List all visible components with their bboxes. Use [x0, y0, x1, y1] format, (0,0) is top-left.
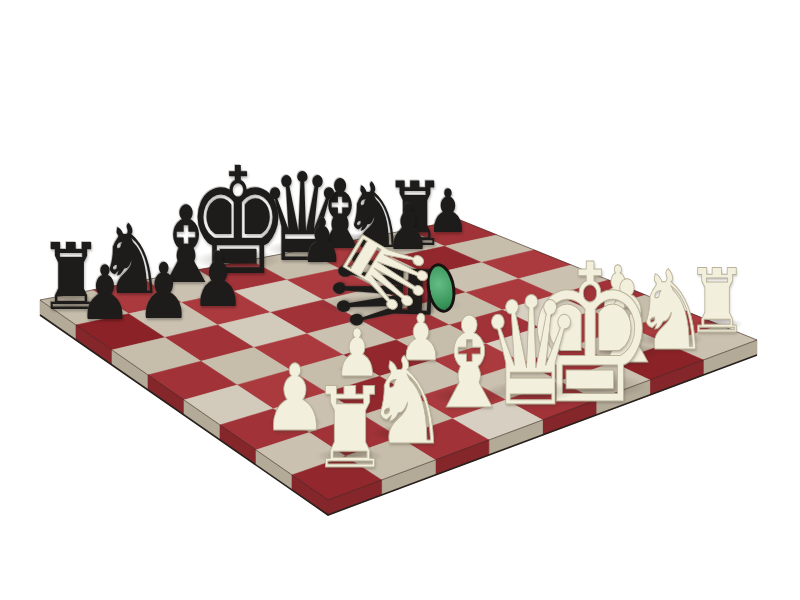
- pieces-layer: ♟♜♞♝♟♛♟♚♝♞♟♜♟♟♛♛♟♜♞♝♟♟♚♛♝♟♞♜: [0, 0, 800, 600]
- white-rook: ♜: [311, 372, 389, 484]
- black-pawn: ♟: [191, 242, 244, 318]
- black-pawn: ♟: [137, 253, 191, 330]
- chess-set-product-photo: ♟♜♞♝♟♛♟♚♝♞♟♜♟♟♛♛♟♜♞♝♟♟♚♛♝♟♞♜: [0, 0, 800, 600]
- black-pawn: ♟: [79, 256, 131, 331]
